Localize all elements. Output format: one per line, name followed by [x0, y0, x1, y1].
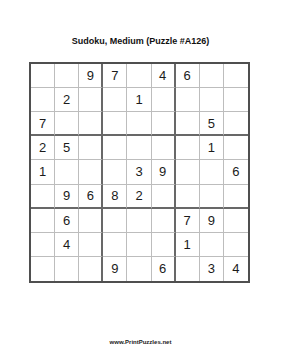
- cell-r9c9: 4: [224, 257, 248, 281]
- cell-r9c8: 3: [200, 257, 224, 281]
- cell-r5c1: 1: [31, 160, 55, 184]
- cell-r5c6: 9: [152, 160, 176, 184]
- cell-r9c3: [79, 257, 103, 281]
- cell-r3c5: [127, 112, 151, 136]
- cell-r3c6: [152, 112, 176, 136]
- cell-r9c6: 6: [152, 257, 176, 281]
- cell-r5c4: [103, 160, 127, 184]
- cell-r1c2: [55, 64, 79, 88]
- cell-r7c8: 9: [200, 209, 224, 233]
- cell-r8c8: [200, 233, 224, 257]
- cell-r7c2: 6: [55, 209, 79, 233]
- cell-r9c2: [55, 257, 79, 281]
- cell-r6c8: [200, 185, 224, 209]
- cell-r3c2: [55, 112, 79, 136]
- cell-r2c8: [200, 88, 224, 112]
- cell-r5c8: [200, 160, 224, 184]
- cell-r8c5: [127, 233, 151, 257]
- cell-r2c4: [103, 88, 127, 112]
- cell-r4c9: [224, 136, 248, 160]
- cell-r6c7: [176, 185, 200, 209]
- cell-r8c2: 4: [55, 233, 79, 257]
- source-url: www.PrintPuzzles.net: [0, 339, 281, 345]
- cell-r3c8: 5: [200, 112, 224, 136]
- cell-r6c1: [31, 185, 55, 209]
- cell-r2c1: [31, 88, 55, 112]
- cell-r5c5: 3: [127, 160, 151, 184]
- cell-r1c6: 4: [152, 64, 176, 88]
- cell-r9c5: [127, 257, 151, 281]
- cell-r3c9: [224, 112, 248, 136]
- cell-r9c7: [176, 257, 200, 281]
- cell-r5c9: 6: [224, 160, 248, 184]
- cell-r3c3: [79, 112, 103, 136]
- cell-r7c7: 7: [176, 209, 200, 233]
- cell-r6c6: [152, 185, 176, 209]
- cell-r6c9: [224, 185, 248, 209]
- cell-r4c7: [176, 136, 200, 160]
- cell-r6c4: 8: [103, 185, 127, 209]
- cell-r4c8: 1: [200, 136, 224, 160]
- cell-r1c1: [31, 64, 55, 88]
- cell-r2c3: [79, 88, 103, 112]
- cell-r4c4: [103, 136, 127, 160]
- cell-r4c5: [127, 136, 151, 160]
- cell-r5c3: [79, 160, 103, 184]
- puzzle-title: Sudoku, Medium (Puzzle #A126): [0, 36, 281, 46]
- cell-r1c7: 6: [176, 64, 200, 88]
- cell-r2c2: 2: [55, 88, 79, 112]
- cell-r4c1: 2: [31, 136, 55, 160]
- cell-r4c2: 5: [55, 136, 79, 160]
- cell-r3c1: 7: [31, 112, 55, 136]
- page: Sudoku, Medium (Puzzle #A126) 9746217525…: [0, 0, 281, 363]
- cell-r1c3: 9: [79, 64, 103, 88]
- cell-r7c4: [103, 209, 127, 233]
- cell-r2c6: [152, 88, 176, 112]
- cell-r8c3: [79, 233, 103, 257]
- cell-r7c3: [79, 209, 103, 233]
- cell-r4c3: [79, 136, 103, 160]
- cell-r8c1: [31, 233, 55, 257]
- cell-r1c4: 7: [103, 64, 127, 88]
- cell-r8c6: [152, 233, 176, 257]
- cell-r9c1: [31, 257, 55, 281]
- cell-r7c9: [224, 209, 248, 233]
- cell-r8c4: [103, 233, 127, 257]
- cell-r2c9: [224, 88, 248, 112]
- cell-r7c5: [127, 209, 151, 233]
- cell-r7c6: [152, 209, 176, 233]
- cell-r5c2: [55, 160, 79, 184]
- cell-r2c7: [176, 88, 200, 112]
- cell-r1c8: [200, 64, 224, 88]
- cell-r6c3: 6: [79, 185, 103, 209]
- cell-r7c1: [31, 209, 55, 233]
- cell-r1c9: [224, 64, 248, 88]
- sudoku-grid: 9746217525113969682679419634: [29, 62, 250, 283]
- cell-r3c7: [176, 112, 200, 136]
- cell-r1c5: [127, 64, 151, 88]
- cell-r9c4: 9: [103, 257, 127, 281]
- cell-r8c7: 1: [176, 233, 200, 257]
- cell-r6c5: 2: [127, 185, 151, 209]
- cell-r8c9: [224, 233, 248, 257]
- cell-r2c5: 1: [127, 88, 151, 112]
- cell-r6c2: 9: [55, 185, 79, 209]
- cell-r3c4: [103, 112, 127, 136]
- cell-r4c6: [152, 136, 176, 160]
- cell-r5c7: [176, 160, 200, 184]
